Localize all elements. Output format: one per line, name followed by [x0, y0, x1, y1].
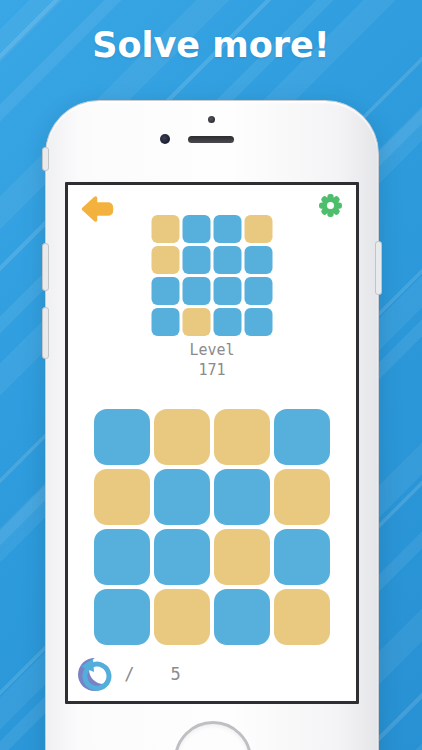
moves-separator: /	[124, 664, 134, 684]
level-label: Level	[68, 340, 356, 360]
tile-tan[interactable]	[214, 409, 270, 465]
tile-blue[interactable]	[274, 409, 330, 465]
gear-icon	[318, 193, 343, 218]
tile-blue[interactable]	[274, 529, 330, 585]
proximity-sensor-dot	[208, 116, 215, 123]
tile-tan[interactable]	[154, 589, 210, 645]
tile-blue[interactable]	[214, 469, 270, 525]
tile-tan	[183, 308, 211, 336]
back-button[interactable]	[79, 194, 115, 224]
tile-blue	[152, 277, 180, 305]
power-button	[375, 241, 382, 295]
game-screen: Level 171 0 / 5	[65, 182, 359, 704]
tile-blue[interactable]	[94, 529, 150, 585]
app-store-screenshot: Solve more!	[0, 0, 422, 750]
restart-icon	[78, 656, 114, 692]
left-arrow-icon	[79, 194, 115, 224]
tile-blue[interactable]	[214, 589, 270, 645]
tile-blue	[245, 277, 273, 305]
settings-button[interactable]	[318, 193, 343, 218]
tile-tan	[152, 246, 180, 274]
level-indicator: Level 171	[68, 340, 356, 380]
level-value: 171	[68, 360, 356, 380]
tile-blue	[183, 246, 211, 274]
bottom-bar: 0 / 5	[68, 653, 356, 695]
tile-blue	[245, 246, 273, 274]
tile-blue[interactable]	[94, 589, 150, 645]
volume-down-button	[42, 307, 49, 359]
restart-button[interactable]	[78, 656, 114, 692]
tile-blue	[214, 277, 242, 305]
target-pattern-grid	[152, 215, 273, 336]
earpiece-speaker	[188, 136, 234, 143]
tile-tan[interactable]	[214, 529, 270, 585]
tile-tan[interactable]	[154, 409, 210, 465]
tile-blue	[245, 308, 273, 336]
front-camera-dot	[160, 134, 170, 144]
tile-blue[interactable]	[154, 529, 210, 585]
tile-tan	[245, 215, 273, 243]
tile-tan	[152, 215, 180, 243]
moves-total: 5	[171, 664, 181, 684]
tile-blue	[183, 277, 211, 305]
tile-blue[interactable]	[94, 409, 150, 465]
home-button[interactable]	[174, 721, 252, 750]
tile-blue[interactable]	[154, 469, 210, 525]
tile-blue	[214, 308, 242, 336]
mute-switch	[42, 147, 49, 171]
board-grid	[94, 409, 330, 645]
volume-up-button	[42, 243, 49, 291]
tile-tan[interactable]	[94, 469, 150, 525]
tile-tan[interactable]	[274, 589, 330, 645]
tile-blue	[183, 215, 211, 243]
banner-title: Solve more!	[0, 25, 422, 65]
tile-blue	[214, 246, 242, 274]
tile-blue	[214, 215, 242, 243]
phone-mockup: Level 171 0 / 5	[45, 100, 379, 750]
tile-tan[interactable]	[274, 469, 330, 525]
tile-blue	[152, 308, 180, 336]
